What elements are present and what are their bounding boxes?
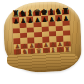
black-pawn[interactable]: ♟ xyxy=(62,15,69,21)
chess-set-photo: ♜♞♝♛♚♝♞♜♟♟♟♟♟♟♟♟♟♟♟♟♟♟♟♟♜♞♝♛♚♝♞♜ xyxy=(0,0,84,84)
red-rook[interactable]: ♜ xyxy=(64,46,71,53)
chess-board: ♜♞♝♛♚♝♞♜♟♟♟♟♟♟♟♟♟♟♟♟♟♟♟♟♜♞♝♛♚♝♞♜ xyxy=(12,10,71,55)
square[interactable]: ♜ xyxy=(64,46,71,52)
square[interactable]: ♟ xyxy=(62,15,69,21)
